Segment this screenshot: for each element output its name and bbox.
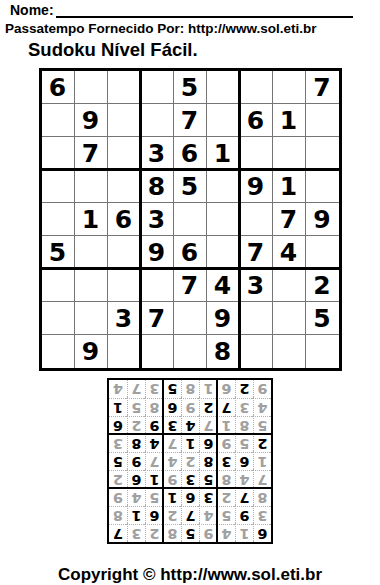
solution-cell: 8 bbox=[145, 398, 163, 416]
solution-cell: 1 bbox=[127, 506, 145, 524]
solution-cell: 4 bbox=[253, 398, 271, 416]
sudoku-cell: 7 bbox=[273, 203, 306, 236]
solution-cell: 5 bbox=[181, 524, 199, 542]
solution-cell: 7 bbox=[145, 452, 163, 470]
sudoku-cell bbox=[141, 335, 174, 368]
solution-cell: 8 bbox=[199, 452, 217, 470]
sudoku-cell bbox=[273, 71, 306, 104]
sudoku-cell bbox=[174, 335, 207, 368]
solution-cell: 9 bbox=[109, 488, 127, 506]
solution-cell: 3 bbox=[109, 434, 127, 452]
solution-cell: 7 bbox=[109, 524, 127, 542]
solution-cell: 5 bbox=[235, 434, 253, 452]
sudoku-cell: 5 bbox=[42, 236, 75, 269]
sudoku-cell: 8 bbox=[207, 335, 240, 368]
solution-cell: 4 bbox=[217, 524, 235, 542]
sudoku-cell bbox=[108, 71, 141, 104]
solution-cell: 3 bbox=[145, 380, 163, 398]
sudoku-cell bbox=[42, 170, 75, 203]
solution-cell: 1 bbox=[145, 470, 163, 488]
sudoku-cell: 3 bbox=[141, 203, 174, 236]
solution-cell: 7 bbox=[163, 434, 181, 452]
sudoku-cell bbox=[42, 203, 75, 236]
sudoku-cell bbox=[108, 269, 141, 302]
sudoku-cell bbox=[207, 71, 240, 104]
sudoku-cell bbox=[240, 335, 273, 368]
sudoku-cell: 4 bbox=[273, 236, 306, 269]
solution-cell: 8 bbox=[163, 524, 181, 542]
sudoku-cell bbox=[207, 104, 240, 137]
solution-cell: 6 bbox=[163, 398, 181, 416]
sudoku-cell: 6 bbox=[42, 71, 75, 104]
solution-cell: 9 bbox=[145, 416, 163, 434]
sudoku-cell bbox=[240, 71, 273, 104]
sudoku-cell: 5 bbox=[306, 302, 339, 335]
name-blank-line bbox=[56, 3, 353, 18]
solution-cell: 6 bbox=[235, 452, 253, 470]
name-row: Nome: bbox=[10, 3, 353, 18]
solution-cell: 5 bbox=[253, 416, 271, 434]
sudoku-cell bbox=[108, 335, 141, 368]
solution-cell: 4 bbox=[181, 416, 199, 434]
sudoku-cell bbox=[240, 203, 273, 236]
solution-cell: 3 bbox=[163, 416, 181, 434]
solution-cell: 6 bbox=[253, 524, 271, 542]
solution-cell: 7 bbox=[217, 398, 235, 416]
solution-cell: 4 bbox=[235, 470, 253, 488]
solution-cell: 4 bbox=[163, 452, 181, 470]
sudoku-cell bbox=[273, 137, 306, 170]
solution-cell: 5 bbox=[199, 470, 217, 488]
sudoku-cell: 3 bbox=[108, 302, 141, 335]
sudoku-cell bbox=[141, 269, 174, 302]
sudoku-cell bbox=[306, 335, 339, 368]
sudoku-cell: 2 bbox=[306, 269, 339, 302]
sudoku-cell bbox=[240, 137, 273, 170]
sudoku-cell bbox=[108, 104, 141, 137]
sudoku-cell bbox=[75, 71, 108, 104]
sudoku-cell bbox=[108, 236, 141, 269]
sudoku-cell: 9 bbox=[141, 236, 174, 269]
solution-cell: 8 bbox=[181, 380, 199, 398]
solution-cell: 7 bbox=[181, 506, 199, 524]
sudoku-cell: 7 bbox=[141, 302, 174, 335]
solution-cell: 7 bbox=[199, 416, 217, 434]
solution-cell: 2 bbox=[181, 452, 199, 470]
solution-cell: 1 bbox=[217, 416, 235, 434]
solution-cell: 9 bbox=[181, 398, 199, 416]
solution-cell: 9 bbox=[199, 524, 217, 542]
sudoku-cell: 1 bbox=[273, 104, 306, 137]
sudoku-cell bbox=[273, 269, 306, 302]
solution-cell: 9 bbox=[163, 470, 181, 488]
sudoku-cell bbox=[306, 170, 339, 203]
solution-cell: 4 bbox=[127, 488, 145, 506]
sudoku-cell: 6 bbox=[174, 236, 207, 269]
solution-cell: 1 bbox=[163, 488, 181, 506]
solution-cell: 2 bbox=[235, 380, 253, 398]
solution-cell: 8 bbox=[127, 434, 145, 452]
sudoku-cell bbox=[75, 302, 108, 335]
sudoku-cell bbox=[42, 137, 75, 170]
sudoku-cell bbox=[75, 236, 108, 269]
sudoku-cell bbox=[42, 335, 75, 368]
sudoku-cell bbox=[240, 302, 273, 335]
solution-cell: 8 bbox=[109, 506, 127, 524]
sudoku-cell bbox=[42, 104, 75, 137]
sudoku-cell: 6 bbox=[174, 137, 207, 170]
sudoku-cell: 3 bbox=[240, 269, 273, 302]
sudoku-cell: 1 bbox=[75, 203, 108, 236]
provider-text: Passatempo Fornecido Por: http://www.sol… bbox=[5, 21, 375, 36]
solution-cell: 5 bbox=[217, 506, 235, 524]
sudoku-cell bbox=[42, 302, 75, 335]
solution-cell: 8 bbox=[217, 470, 235, 488]
sudoku-cell: 9 bbox=[240, 170, 273, 203]
sudoku-cell bbox=[141, 104, 174, 137]
solution-cell: 2 bbox=[109, 470, 127, 488]
solution-cell: 5 bbox=[145, 488, 163, 506]
solution-cell: 4 bbox=[199, 506, 217, 524]
sudoku-cell bbox=[75, 269, 108, 302]
sudoku-cell bbox=[207, 236, 240, 269]
sudoku-cell bbox=[306, 137, 339, 170]
sudoku-cell bbox=[207, 170, 240, 203]
solution-board: 6149582373954726188723615497485391621638… bbox=[107, 378, 273, 544]
sudoku-cell bbox=[42, 269, 75, 302]
sudoku-cell: 5 bbox=[174, 170, 207, 203]
sudoku-cell bbox=[174, 203, 207, 236]
solution-cell: 6 bbox=[217, 380, 235, 398]
solution-cell: 2 bbox=[145, 524, 163, 542]
solution-cell: 3 bbox=[253, 506, 271, 524]
sudoku-board: 65797617361859116379596747432379598 bbox=[39, 68, 342, 371]
sudoku-cell bbox=[141, 71, 174, 104]
solution-cell: 6 bbox=[199, 434, 217, 452]
solution-cell: 2 bbox=[253, 434, 271, 452]
sudoku-cell: 3 bbox=[141, 137, 174, 170]
solution-cell: 1 bbox=[235, 524, 253, 542]
solution-cell: 8 bbox=[253, 488, 271, 506]
sudoku-cell bbox=[108, 137, 141, 170]
solution-cell: 1 bbox=[109, 398, 127, 416]
solution-cell: 5 bbox=[163, 380, 181, 398]
solution-cell: 4 bbox=[109, 380, 127, 398]
sudoku-cell bbox=[306, 104, 339, 137]
solution-cell: 5 bbox=[109, 452, 127, 470]
solution-cell: 9 bbox=[127, 452, 145, 470]
sudoku-cell: 6 bbox=[240, 104, 273, 137]
solution-cell: 8 bbox=[235, 416, 253, 434]
solution-cell: 6 bbox=[181, 488, 199, 506]
sudoku-cell bbox=[75, 170, 108, 203]
page-title: Sudoku Nível Fácil. bbox=[28, 40, 380, 60]
solution-cell: 2 bbox=[217, 488, 235, 506]
solution-cell: 9 bbox=[217, 434, 235, 452]
solution-cell: 3 bbox=[235, 398, 253, 416]
solution-cell: 4 bbox=[145, 434, 163, 452]
sudoku-cell: 8 bbox=[141, 170, 174, 203]
solution-cell: 2 bbox=[127, 416, 145, 434]
sudoku-cell: 7 bbox=[174, 104, 207, 137]
sudoku-sheet: Nome: Passatempo Fornecido Por: http://w… bbox=[0, 3, 380, 585]
sudoku-cell bbox=[174, 302, 207, 335]
sudoku-cell: 9 bbox=[306, 203, 339, 236]
sudoku-cell: 9 bbox=[75, 104, 108, 137]
solution-cell: 7 bbox=[235, 488, 253, 506]
sudoku-cell: 7 bbox=[306, 71, 339, 104]
sudoku-cell: 7 bbox=[174, 269, 207, 302]
sudoku-cell: 4 bbox=[207, 269, 240, 302]
solution-cell: 6 bbox=[127, 470, 145, 488]
solution-cell: 5 bbox=[127, 398, 145, 416]
solution-cell: 1 bbox=[181, 434, 199, 452]
sudoku-cell: 7 bbox=[240, 236, 273, 269]
solution-board-area: 6149582373954726188723615497485391621638… bbox=[107, 378, 273, 544]
sudoku-cell: 7 bbox=[75, 137, 108, 170]
solution-cell: 2 bbox=[163, 506, 181, 524]
sudoku-cell bbox=[207, 203, 240, 236]
solution-cell: 3 bbox=[217, 452, 235, 470]
solution-cell: 2 bbox=[199, 398, 217, 416]
solution-cell: 3 bbox=[199, 488, 217, 506]
solution-cell: 1 bbox=[199, 380, 217, 398]
copyright-text: Copyright © http://www.sol.eti.br bbox=[0, 565, 380, 585]
solution-cell: 7 bbox=[253, 470, 271, 488]
sudoku-cell: 1 bbox=[273, 170, 306, 203]
solution-cell: 1 bbox=[253, 452, 271, 470]
solution-cell: 3 bbox=[181, 470, 199, 488]
solution-cell: 6 bbox=[109, 416, 127, 434]
sudoku-cell: 9 bbox=[207, 302, 240, 335]
sudoku-cell bbox=[273, 335, 306, 368]
sudoku-cell: 1 bbox=[207, 137, 240, 170]
solution-cell: 6 bbox=[145, 506, 163, 524]
solution-cell: 9 bbox=[253, 380, 271, 398]
sudoku-cell bbox=[306, 236, 339, 269]
sudoku-cell: 5 bbox=[174, 71, 207, 104]
name-label: Nome: bbox=[10, 3, 54, 18]
solution-cell: 7 bbox=[127, 380, 145, 398]
solution-cell: 3 bbox=[127, 524, 145, 542]
sudoku-cell: 6 bbox=[108, 203, 141, 236]
sudoku-cell bbox=[108, 170, 141, 203]
sudoku-cell: 9 bbox=[75, 335, 108, 368]
sudoku-cell bbox=[273, 302, 306, 335]
solution-cell: 9 bbox=[235, 506, 253, 524]
sudoku-board-area: 65797617361859116379596747432379598 bbox=[39, 68, 342, 371]
